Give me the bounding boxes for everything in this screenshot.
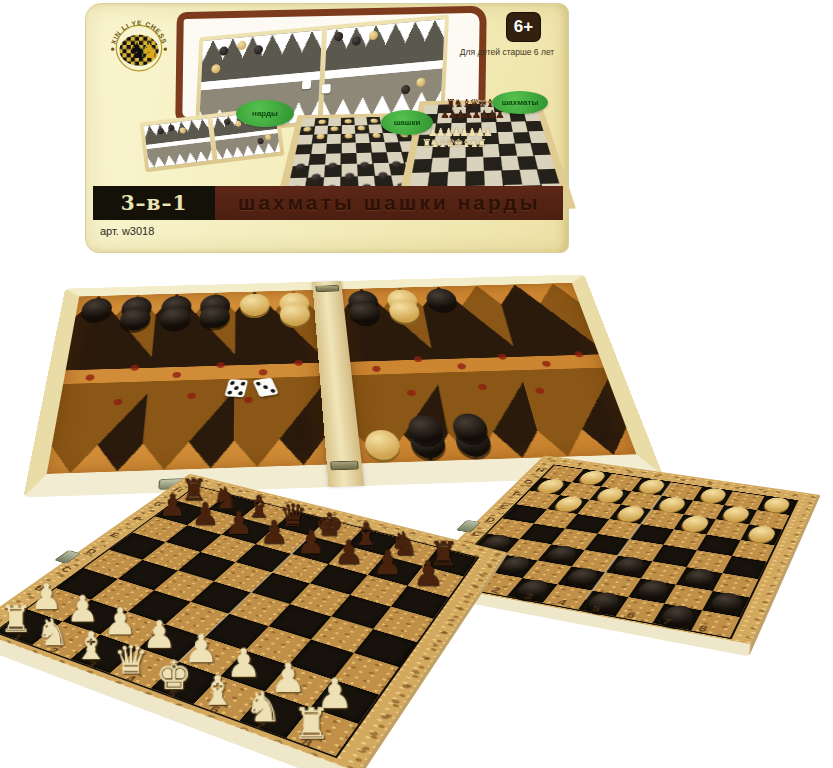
- die-pip: [234, 386, 239, 390]
- peg-hole: [542, 361, 552, 367]
- die-pip: [227, 391, 232, 395]
- coordinate-label: 8: [697, 623, 709, 632]
- chess-piece: ♞: [36, 613, 70, 651]
- product-photo: ♞ ♞ XIN LI YE CHESS 6+ Для детей старше …: [0, 0, 833, 768]
- mini-checker: [330, 126, 338, 131]
- chess-piece: ♝: [74, 626, 109, 665]
- backgammon-checker: [279, 303, 310, 327]
- die-pip: [271, 389, 277, 393]
- chess-piece: ♛: [114, 640, 149, 680]
- bg-dice: [227, 381, 293, 405]
- coordinate-label: 6: [625, 610, 638, 619]
- logo-dot-left: [111, 47, 114, 50]
- mini-checker: [377, 172, 388, 179]
- peg-hole: [172, 372, 181, 378]
- mini-checker: [321, 84, 330, 94]
- label-checkers: шашки: [381, 110, 433, 135]
- peg-hole: [85, 374, 95, 380]
- peg-hole: [294, 360, 303, 366]
- peg-hole: [477, 384, 487, 391]
- chess-piece: ♜: [0, 600, 32, 637]
- coordinate-label: E: [108, 531, 122, 538]
- thumb-chess-white-backrow: ♜♞♝♛♚♝♞♜: [422, 138, 485, 149]
- set-label: 3–в–1: [93, 186, 215, 220]
- peg-hole: [497, 354, 507, 360]
- product-box: ♞ ♞ XIN LI YE CHESS 6+ Для детей старше …: [85, 3, 569, 253]
- peg-hole: [216, 362, 225, 368]
- chess-piece: ♟: [225, 507, 253, 538]
- peg-hole: [372, 366, 381, 372]
- label-chess: шахматы: [492, 91, 548, 114]
- chess-piece: ♟: [260, 516, 289, 548]
- backgammon-checker: [80, 298, 114, 321]
- peg-hole: [406, 390, 416, 397]
- coordinate-label: 7: [661, 617, 673, 626]
- gold-knight-icon: ♞: [140, 38, 159, 63]
- chess-piece: ♟: [159, 490, 186, 520]
- chess-piece: ♟: [296, 525, 325, 558]
- mini-checker: [344, 119, 351, 123]
- peg-hole: [457, 363, 467, 369]
- thumb-chess-black-pawns: ♟♟♟♟♟♟♟♟: [440, 109, 503, 120]
- logo-dot-right: [164, 47, 167, 50]
- chess-square: [331, 595, 391, 629]
- peg-hole: [259, 369, 268, 375]
- peg-hole: [113, 399, 123, 406]
- coordinate-label: 5: [590, 604, 603, 613]
- die-pip: [263, 385, 269, 389]
- article-number: арт. w3018: [100, 225, 154, 237]
- age-note: Для детей старше 6 лет: [440, 47, 574, 57]
- chess-piece: ♝: [199, 670, 236, 711]
- mini-checker: [357, 126, 365, 131]
- mini-checker: [302, 79, 311, 89]
- chess-piece: ♟: [413, 556, 444, 590]
- chess-piece: ♜: [292, 702, 331, 745]
- chess-piece: ♟: [334, 535, 364, 568]
- peg-hole: [413, 356, 422, 362]
- mini-checker: [318, 120, 326, 125]
- die-pip: [256, 381, 262, 385]
- chess-piece: ♟: [373, 545, 403, 579]
- die: [225, 379, 249, 397]
- die: [253, 377, 279, 397]
- age-badge: 6+: [507, 13, 540, 41]
- mini-checker: [310, 174, 320, 182]
- chess-piece: ♟: [191, 498, 219, 529]
- backgammon-checker: [424, 288, 458, 311]
- chess-piece: ♟: [66, 590, 99, 626]
- chess-piece: ♞: [245, 685, 283, 727]
- mini-checker: [370, 119, 378, 123]
- mini-checker: [328, 163, 337, 170]
- mini-checker: [295, 164, 305, 171]
- coordinate-label: F: [131, 516, 144, 522]
- backgammon-checker: [240, 293, 270, 316]
- mini-checker: [372, 133, 381, 138]
- mini-checker: [392, 161, 402, 168]
- mini-board-half: [144, 118, 212, 167]
- chess-square: [178, 552, 236, 581]
- coordinate-label: C: [59, 565, 74, 573]
- banner-row: 3–в–1 шахматы шашки нарды: [93, 186, 563, 220]
- chess-frame: ♜♞♝♛♚♝♞♜♟♟♟♟♟♟♟♟♟♟♟♟♟♟♟♟♜♞♝♛♚♝♞♜ HGFEDCB…: [0, 474, 509, 768]
- peg-hole: [574, 351, 584, 357]
- mini-checker: [360, 162, 370, 169]
- die-pip: [230, 381, 235, 385]
- peg-hole: [187, 393, 196, 400]
- backgammon-checker: [200, 305, 231, 329]
- mini-checker: [344, 133, 352, 138]
- label-backgammon: нарды: [236, 100, 294, 127]
- coordinate-label: D: [84, 548, 99, 556]
- mini-checker: [344, 173, 354, 180]
- peg-hole: [535, 387, 546, 394]
- mini-checker: [316, 134, 324, 139]
- mini-checker: [303, 127, 311, 132]
- die-pip: [239, 392, 244, 396]
- die-pip: [241, 382, 246, 386]
- peg-hole: [130, 365, 139, 371]
- brand-logo: ♞ ♞ XIN LI YE CHESS: [106, 12, 172, 78]
- hinge-icon: [315, 285, 339, 292]
- chess-piece: ♟: [104, 603, 137, 640]
- chess-set: ♜♞♝♛♚♝♞♜♟♟♟♟♟♟♟♟♟♟♟♟♟♟♟♟♜♞♝♛♚♝♞♜ HGFEDCB…: [0, 448, 560, 768]
- banner-title: шахматы шашки нарды: [215, 186, 563, 220]
- chess-piece: ♚: [155, 654, 191, 694]
